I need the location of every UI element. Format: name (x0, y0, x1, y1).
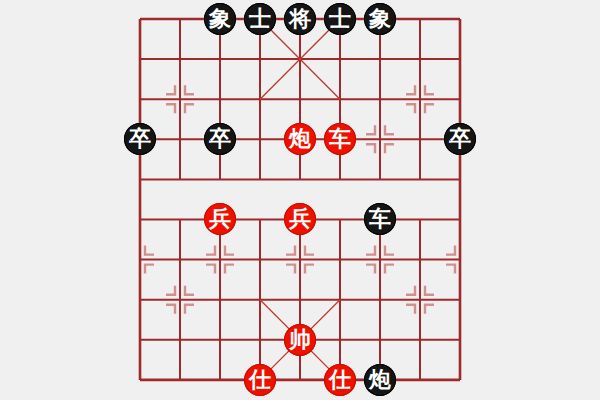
point-f8r5[interactable] (400, 199, 440, 239)
point-f5r3[interactable]: 炮 (280, 119, 320, 159)
point-f7r0[interactable]: 象 (360, 0, 400, 39)
point-f8r4[interactable] (400, 159, 440, 199)
point-f1r8[interactable] (120, 320, 160, 360)
point-f5r5[interactable]: 兵 (280, 199, 320, 239)
point-f2r5[interactable] (160, 199, 200, 239)
point-f7r4[interactable] (360, 159, 400, 199)
piece-black-advisor[interactable]: 士 (324, 3, 356, 35)
point-f2r1[interactable] (160, 39, 200, 79)
point-f7r6[interactable] (360, 240, 400, 280)
point-f2r0[interactable] (160, 0, 200, 39)
point-f7r1[interactable] (360, 39, 400, 79)
point-f2r2[interactable] (160, 79, 200, 119)
point-f7r8[interactable] (360, 320, 400, 360)
point-f8r9[interactable] (400, 360, 440, 400)
point-f5r7[interactable] (280, 280, 320, 320)
point-f7r3[interactable] (360, 119, 400, 159)
point-f7r5[interactable]: 车 (360, 199, 400, 239)
point-f2r6[interactable] (160, 240, 200, 280)
point-f8r2[interactable] (400, 79, 440, 119)
point-f1r4[interactable] (120, 159, 160, 199)
point-f9r8[interactable] (440, 320, 480, 360)
point-f9r4[interactable] (440, 159, 480, 199)
point-f4r3[interactable] (240, 119, 280, 159)
point-f6r1[interactable] (320, 39, 360, 79)
point-f8r8[interactable] (400, 320, 440, 360)
point-f1r0[interactable] (120, 0, 160, 39)
point-f9r2[interactable] (440, 79, 480, 119)
point-f5r2[interactable] (280, 79, 320, 119)
point-f1r1[interactable] (120, 39, 160, 79)
piece-black-cannon[interactable]: 炮 (364, 364, 396, 396)
piece-red-advisor[interactable]: 仕 (244, 364, 276, 396)
point-f4r6[interactable] (240, 240, 280, 280)
point-f4r2[interactable] (240, 79, 280, 119)
point-f5r1[interactable] (280, 39, 320, 79)
point-f2r3[interactable] (160, 119, 200, 159)
piece-red-soldier[interactable]: 兵 (284, 203, 316, 235)
piece-black-general[interactable]: 将 (284, 3, 316, 35)
point-f2r7[interactable] (160, 280, 200, 320)
point-f2r8[interactable] (160, 320, 200, 360)
point-f9r3[interactable]: 卒 (440, 119, 480, 159)
point-f5r6[interactable] (280, 240, 320, 280)
point-f8r1[interactable] (400, 39, 440, 79)
point-f4r0[interactable]: 士 (240, 0, 280, 39)
piece-black-soldier[interactable]: 卒 (204, 123, 236, 155)
piece-grid: 象士将士象卒卒炮车卒兵兵车帅仕仕炮 (120, 0, 480, 400)
piece-red-cannon[interactable]: 炮 (284, 123, 316, 155)
point-f5r8[interactable]: 帅 (280, 320, 320, 360)
point-f6r7[interactable] (320, 280, 360, 320)
point-f9r1[interactable] (440, 39, 480, 79)
point-f4r1[interactable] (240, 39, 280, 79)
point-f3r1[interactable] (200, 39, 240, 79)
point-f8r0[interactable] (400, 0, 440, 39)
point-f5r0[interactable]: 将 (280, 0, 320, 39)
point-f8r6[interactable] (400, 240, 440, 280)
point-f9r5[interactable] (440, 199, 480, 239)
point-f1r6[interactable] (120, 240, 160, 280)
piece-red-general[interactable]: 帅 (284, 324, 316, 356)
point-f7r9[interactable]: 炮 (360, 360, 400, 400)
piece-black-advisor[interactable]: 士 (244, 3, 276, 35)
point-f3r2[interactable] (200, 79, 240, 119)
point-f1r9[interactable] (120, 360, 160, 400)
point-f3r8[interactable] (200, 320, 240, 360)
point-f9r7[interactable] (440, 280, 480, 320)
piece-black-elephant[interactable]: 象 (364, 3, 396, 35)
point-f6r2[interactable] (320, 79, 360, 119)
piece-black-soldier[interactable]: 卒 (444, 123, 476, 155)
point-f3r6[interactable] (200, 240, 240, 280)
point-f6r8[interactable] (320, 320, 360, 360)
point-f1r5[interactable] (120, 199, 160, 239)
piece-black-soldier[interactable]: 卒 (124, 123, 156, 155)
point-f6r0[interactable]: 士 (320, 0, 360, 39)
point-f4r8[interactable] (240, 320, 280, 360)
piece-red-chariot[interactable]: 车 (324, 123, 356, 155)
piece-black-chariot[interactable]: 车 (364, 203, 396, 235)
point-f6r4[interactable] (320, 159, 360, 199)
point-f3r5[interactable]: 兵 (200, 199, 240, 239)
point-f5r9[interactable] (280, 360, 320, 400)
point-f9r6[interactable] (440, 240, 480, 280)
point-f3r0[interactable]: 象 (200, 0, 240, 39)
point-f4r9[interactable]: 仕 (240, 360, 280, 400)
point-f4r7[interactable] (240, 280, 280, 320)
point-f5r4[interactable] (280, 159, 320, 199)
point-f3r3[interactable]: 卒 (200, 119, 240, 159)
point-f7r2[interactable] (360, 79, 400, 119)
point-f2r9[interactable] (160, 360, 200, 400)
point-f9r0[interactable] (440, 0, 480, 39)
piece-red-advisor[interactable]: 仕 (324, 364, 356, 396)
point-f9r9[interactable] (440, 360, 480, 400)
point-f1r7[interactable] (120, 280, 160, 320)
point-f2r4[interactable] (160, 159, 200, 199)
point-f4r4[interactable] (240, 159, 280, 199)
point-f1r3[interactable]: 卒 (120, 119, 160, 159)
point-f6r3[interactable]: 车 (320, 119, 360, 159)
point-f4r5[interactable] (240, 199, 280, 239)
point-f3r7[interactable] (200, 280, 240, 320)
point-f1r2[interactable] (120, 79, 160, 119)
piece-red-soldier[interactable]: 兵 (204, 203, 236, 235)
point-f8r3[interactable] (400, 119, 440, 159)
point-f6r6[interactable] (320, 240, 360, 280)
point-f3r9[interactable] (200, 360, 240, 400)
xiangqi-board: 象士将士象卒卒炮车卒兵兵车帅仕仕炮 (0, 0, 600, 400)
point-f6r9[interactable]: 仕 (320, 360, 360, 400)
point-f3r4[interactable] (200, 159, 240, 199)
point-f6r5[interactable] (320, 199, 360, 239)
point-f8r7[interactable] (400, 280, 440, 320)
piece-black-elephant[interactable]: 象 (204, 3, 236, 35)
point-f7r7[interactable] (360, 280, 400, 320)
